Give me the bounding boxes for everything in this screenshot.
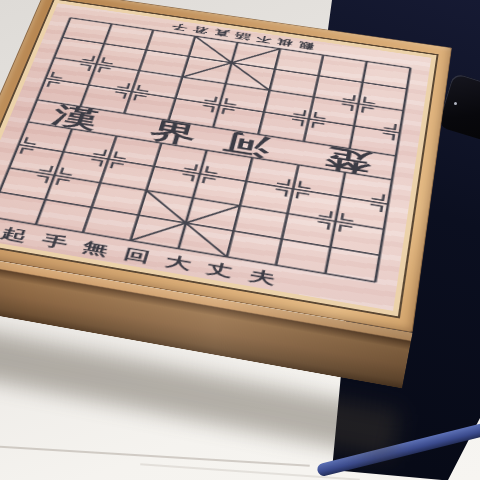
dust-speck [454,102,457,105]
box-3d: 觀棋不語真君子起手無回大丈夫漢 界楚 河 [0,0,452,333]
board-grid-svg: 觀棋不語真君子起手無回大丈夫漢 界楚 河 [0,3,431,311]
grid-lines [0,18,410,282]
river-label-right: 楚 河 [201,125,375,179]
photo-scene: 觀棋不語真君子起手無回大丈夫漢 界楚 河 [0,0,480,480]
wooden-box: 觀棋不語真君子起手無回大丈夫漢 界楚 河 [0,0,434,328]
river-label-left: 漢 界 [47,101,219,153]
xiangqi-board: 觀棋不語真君子起手無回大丈夫漢 界楚 河 [0,0,437,316]
palace-diagonals [130,36,280,257]
